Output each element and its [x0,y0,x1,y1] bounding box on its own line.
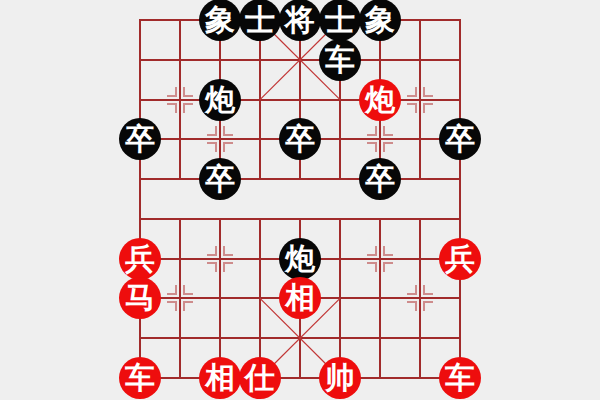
piece-red-king[interactable]: 帅 [319,357,361,399]
xiangqi-board[interactable]: 象士将士象车炮炮卒卒卒卒卒兵炮兵马相车相仕帅车 [0,0,600,400]
piece-black-soldier[interactable]: 卒 [119,118,161,160]
piece-black-elephant[interactable]: 象 [359,0,401,41]
piece-red-chariot[interactable]: 车 [439,357,481,399]
piece-black-soldier[interactable]: 卒 [279,118,321,160]
piece-black-elephant[interactable]: 象 [199,0,241,41]
piece-black-soldier[interactable]: 卒 [199,158,241,200]
piece-black-general[interactable]: 将 [279,0,321,41]
piece-black-chariot[interactable]: 车 [319,39,361,81]
piece-red-cannon[interactable]: 炮 [359,79,401,121]
piece-black-advisor[interactable]: 士 [319,0,361,41]
piece-red-elephant[interactable]: 相 [279,277,321,319]
piece-red-soldier[interactable]: 兵 [439,238,481,280]
pieces-layer: 象士将士象车炮炮卒卒卒卒卒兵炮兵马相车相仕帅车 [0,0,600,400]
piece-red-elephant[interactable]: 相 [199,357,241,399]
piece-red-chariot[interactable]: 车 [119,357,161,399]
piece-red-soldier[interactable]: 兵 [119,238,161,280]
piece-black-soldier[interactable]: 卒 [439,118,481,160]
piece-black-cannon[interactable]: 炮 [279,238,321,280]
piece-black-advisor[interactable]: 士 [239,0,281,41]
piece-black-cannon[interactable]: 炮 [199,79,241,121]
piece-black-soldier[interactable]: 卒 [359,158,401,200]
piece-red-horse[interactable]: 马 [119,277,161,319]
piece-red-advisor[interactable]: 仕 [239,357,281,399]
